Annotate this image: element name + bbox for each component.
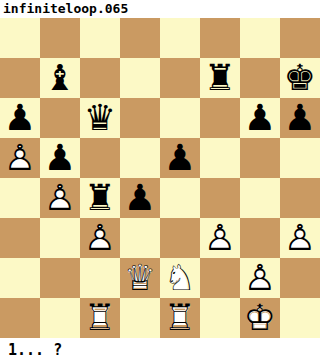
white-pawn[interactable]: ♟♙ bbox=[0, 138, 40, 178]
square-c2[interactable] bbox=[80, 258, 120, 298]
white-pawn[interactable]: ♟♙ bbox=[80, 218, 120, 258]
square-a8[interactable] bbox=[0, 18, 40, 58]
square-h1[interactable] bbox=[280, 298, 320, 338]
square-d6[interactable] bbox=[120, 98, 160, 138]
black-pawn[interactable]: ♟ bbox=[0, 98, 40, 138]
square-g8[interactable] bbox=[240, 18, 280, 58]
white-pawn[interactable]: ♟♙ bbox=[240, 258, 280, 298]
square-f2[interactable] bbox=[200, 258, 240, 298]
square-e1[interactable]: ♜♖ bbox=[160, 298, 200, 338]
white-pawn-outline: ♙ bbox=[40, 178, 80, 218]
square-d3[interactable] bbox=[120, 218, 160, 258]
square-d8[interactable] bbox=[120, 18, 160, 58]
black-pawn[interactable]: ♟ bbox=[160, 138, 200, 178]
black-pawn-glyph: ♟ bbox=[240, 98, 280, 138]
move-prompt: 1... ? bbox=[0, 338, 320, 360]
square-b2[interactable] bbox=[40, 258, 80, 298]
black-queen-glyph: ♛ bbox=[80, 98, 120, 138]
black-pawn[interactable]: ♟ bbox=[240, 98, 280, 138]
square-b6[interactable] bbox=[40, 98, 80, 138]
square-c7[interactable] bbox=[80, 58, 120, 98]
square-a1[interactable] bbox=[0, 298, 40, 338]
square-h5[interactable] bbox=[280, 138, 320, 178]
square-f1[interactable] bbox=[200, 298, 240, 338]
square-c6[interactable]: ♛ bbox=[80, 98, 120, 138]
puzzle-title: infiniteloop.065 bbox=[0, 0, 320, 18]
square-g1[interactable]: ♚♔ bbox=[240, 298, 280, 338]
chess-board: ♝♜♚♟♛♟♟♟♙♟♟♟♙♜♟♟♙♟♙♟♙♛♕♞♘♟♙♜♖♜♖♚♔ bbox=[0, 18, 320, 338]
square-h3[interactable]: ♟♙ bbox=[280, 218, 320, 258]
square-a4[interactable] bbox=[0, 178, 40, 218]
square-a2[interactable] bbox=[0, 258, 40, 298]
white-queen[interactable]: ♛♕ bbox=[120, 258, 160, 298]
square-f7[interactable]: ♜ bbox=[200, 58, 240, 98]
white-rook[interactable]: ♜♖ bbox=[160, 298, 200, 338]
white-rook-outline: ♖ bbox=[160, 298, 200, 338]
square-g3[interactable] bbox=[240, 218, 280, 258]
white-knight-outline: ♘ bbox=[160, 258, 200, 298]
square-a6[interactable]: ♟ bbox=[0, 98, 40, 138]
square-f5[interactable] bbox=[200, 138, 240, 178]
square-g6[interactable]: ♟ bbox=[240, 98, 280, 138]
square-b7[interactable]: ♝ bbox=[40, 58, 80, 98]
black-king[interactable]: ♚ bbox=[280, 58, 320, 98]
square-g7[interactable] bbox=[240, 58, 280, 98]
black-pawn-glyph: ♟ bbox=[280, 98, 320, 138]
square-e2[interactable]: ♞♘ bbox=[160, 258, 200, 298]
black-pawn-glyph: ♟ bbox=[0, 98, 40, 138]
black-pawn[interactable]: ♟ bbox=[280, 98, 320, 138]
white-pawn-outline: ♙ bbox=[200, 218, 240, 258]
black-bishop-glyph: ♝ bbox=[40, 58, 80, 98]
square-e3[interactable] bbox=[160, 218, 200, 258]
square-f8[interactable] bbox=[200, 18, 240, 58]
square-b1[interactable] bbox=[40, 298, 80, 338]
square-c1[interactable]: ♜♖ bbox=[80, 298, 120, 338]
square-e7[interactable] bbox=[160, 58, 200, 98]
square-a7[interactable] bbox=[0, 58, 40, 98]
square-e6[interactable] bbox=[160, 98, 200, 138]
square-g5[interactable] bbox=[240, 138, 280, 178]
white-king[interactable]: ♚♔ bbox=[240, 298, 280, 338]
black-pawn-glyph: ♟ bbox=[40, 138, 80, 178]
white-pawn[interactable]: ♟♙ bbox=[280, 218, 320, 258]
black-rook-glyph: ♜ bbox=[80, 178, 120, 218]
square-d7[interactable] bbox=[120, 58, 160, 98]
white-pawn-outline: ♙ bbox=[80, 218, 120, 258]
square-a5[interactable]: ♟♙ bbox=[0, 138, 40, 178]
square-h2[interactable] bbox=[280, 258, 320, 298]
white-rook-outline: ♖ bbox=[80, 298, 120, 338]
square-d2[interactable]: ♛♕ bbox=[120, 258, 160, 298]
square-e8[interactable] bbox=[160, 18, 200, 58]
square-b4[interactable]: ♟♙ bbox=[40, 178, 80, 218]
square-f3[interactable]: ♟♙ bbox=[200, 218, 240, 258]
square-d5[interactable] bbox=[120, 138, 160, 178]
square-c5[interactable] bbox=[80, 138, 120, 178]
white-rook[interactable]: ♜♖ bbox=[80, 298, 120, 338]
square-c4[interactable]: ♜ bbox=[80, 178, 120, 218]
black-pawn[interactable]: ♟ bbox=[120, 178, 160, 218]
square-e4[interactable] bbox=[160, 178, 200, 218]
square-h4[interactable] bbox=[280, 178, 320, 218]
white-pawn-outline: ♙ bbox=[280, 218, 320, 258]
black-pawn-glyph: ♟ bbox=[160, 138, 200, 178]
white-king-outline: ♔ bbox=[240, 298, 280, 338]
white-pawn-outline: ♙ bbox=[240, 258, 280, 298]
square-b3[interactable] bbox=[40, 218, 80, 258]
black-pawn[interactable]: ♟ bbox=[40, 138, 80, 178]
square-g4[interactable] bbox=[240, 178, 280, 218]
white-knight[interactable]: ♞♘ bbox=[160, 258, 200, 298]
white-queen-outline: ♕ bbox=[120, 258, 160, 298]
square-d4[interactable]: ♟ bbox=[120, 178, 160, 218]
black-pawn-glyph: ♟ bbox=[120, 178, 160, 218]
square-f4[interactable] bbox=[200, 178, 240, 218]
black-king-glyph: ♚ bbox=[280, 58, 320, 98]
square-g2[interactable]: ♟♙ bbox=[240, 258, 280, 298]
square-h7[interactable]: ♚ bbox=[280, 58, 320, 98]
white-pawn-outline: ♙ bbox=[0, 138, 40, 178]
black-rook-glyph: ♜ bbox=[200, 58, 240, 98]
white-pawn[interactable]: ♟♙ bbox=[200, 218, 240, 258]
black-rook[interactable]: ♜ bbox=[80, 178, 120, 218]
square-a3[interactable] bbox=[0, 218, 40, 258]
square-b8[interactable] bbox=[40, 18, 80, 58]
square-c3[interactable]: ♟♙ bbox=[80, 218, 120, 258]
square-b5[interactable]: ♟ bbox=[40, 138, 80, 178]
square-e5[interactable]: ♟ bbox=[160, 138, 200, 178]
white-pawn[interactable]: ♟♙ bbox=[40, 178, 80, 218]
square-d1[interactable] bbox=[120, 298, 160, 338]
black-queen[interactable]: ♛ bbox=[80, 98, 120, 138]
black-bishop[interactable]: ♝ bbox=[40, 58, 80, 98]
square-f6[interactable] bbox=[200, 98, 240, 138]
square-c8[interactable] bbox=[80, 18, 120, 58]
black-rook[interactable]: ♜ bbox=[200, 58, 240, 98]
square-h8[interactable] bbox=[280, 18, 320, 58]
square-h6[interactable]: ♟ bbox=[280, 98, 320, 138]
